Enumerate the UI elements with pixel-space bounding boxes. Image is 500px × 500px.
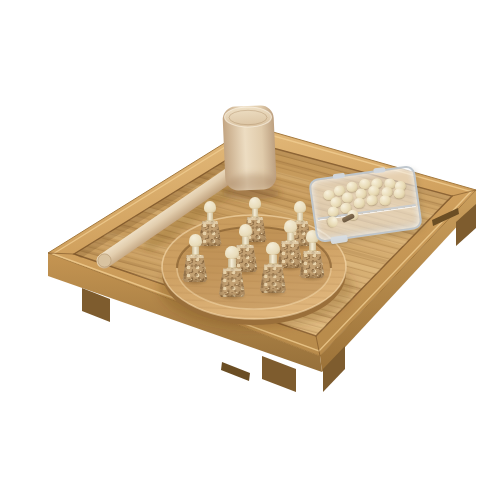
- peg-knob-stem: [269, 255, 276, 262]
- spare-peg: [354, 198, 365, 208]
- peg-knob-bulb: [266, 242, 280, 256]
- peg-knob-stem: [242, 237, 249, 244]
- cork-peg[interactable]: [180, 235, 210, 282]
- peg-knob: [230, 224, 260, 248]
- peg-cork-body: [259, 264, 287, 293]
- product-photo: [0, 0, 500, 500]
- peg-knob-bulb: [204, 201, 216, 213]
- box-content: [314, 170, 418, 238]
- peg-knob-stem: [192, 247, 199, 254]
- spare-peg: [326, 215, 339, 229]
- cork-peg[interactable]: [216, 247, 248, 297]
- peg-knob-bulb: [189, 234, 202, 247]
- peg-knob-bulb: [239, 224, 252, 237]
- peg-knob: [196, 201, 224, 223]
- mallet-handle-end: [98, 254, 111, 267]
- peg-knob-stem: [228, 259, 235, 266]
- peg-knob-bulb: [294, 201, 306, 213]
- peg-cork-body: [218, 268, 246, 297]
- peg-knob: [180, 234, 210, 258]
- peg-knob-bulb: [225, 246, 239, 260]
- peg-knob-stem: [287, 233, 294, 240]
- peg-knob: [241, 197, 269, 219]
- peg-knob-bulb: [249, 197, 261, 209]
- peg-knob: [216, 246, 248, 271]
- spare-peg: [380, 195, 391, 205]
- spare-peg: [342, 192, 354, 203]
- peg-knob-stem: [252, 209, 258, 215]
- peg-cork-body: [299, 251, 325, 278]
- tray-slot: [221, 362, 250, 381]
- peg-knob: [257, 242, 289, 267]
- peg-knob-stem: [309, 243, 316, 250]
- cork-peg[interactable]: [257, 243, 289, 293]
- dark-pin: [342, 213, 356, 223]
- tray-foot: [262, 356, 296, 392]
- spare-peg: [366, 194, 380, 207]
- spare-peg: [393, 189, 404, 199]
- peg-knob-bulb: [284, 220, 297, 233]
- peg-knob-stem: [207, 213, 213, 219]
- peg-cork-body: [182, 255, 208, 282]
